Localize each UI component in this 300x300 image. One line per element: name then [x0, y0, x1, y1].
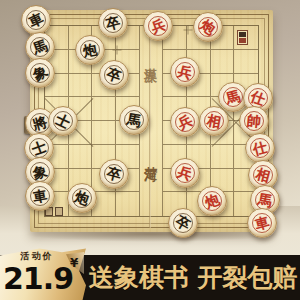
xiangqi-piece-black: 士	[48, 106, 78, 136]
piece-character: 仕	[251, 139, 268, 156]
piece-character: 士	[54, 112, 73, 131]
grid-cell	[92, 97, 116, 121]
piece-character: 兵	[176, 164, 194, 182]
xiangqi-piece-red: 帥	[239, 106, 269, 136]
grid-cell	[69, 74, 93, 98]
xiangqi-piece-black: 象	[25, 58, 55, 88]
piece-character: 馬	[257, 192, 273, 208]
promo-text: 送象棋书 开裂包赔	[88, 255, 298, 300]
xiangqi-piece-black: 車	[21, 5, 51, 35]
grid-cell	[92, 121, 116, 145]
grid-cell	[140, 74, 164, 98]
grid-cell	[211, 50, 235, 74]
xiangqi-piece-red: 炮	[193, 12, 223, 42]
piece-character: 兵	[176, 63, 193, 80]
xiangqi-piece-black: 卒	[168, 208, 198, 238]
xiangqi-piece-black: 卒	[99, 60, 129, 90]
maker-seal-top-right	[237, 30, 248, 45]
piece-character: 馬	[126, 112, 142, 128]
product-photo: 漢界 楚河 車卒馬炮象卒將士馬士象卒車炮卒兵炮兵馬仕兵相帥仕兵相炮馬車 送象棋书…	[0, 0, 300, 300]
piece-character: 卒	[105, 165, 122, 182]
piece-character: 仕	[249, 89, 267, 107]
piece-character: 卒	[105, 66, 123, 84]
board-fold-seam	[149, 14, 151, 228]
river-label-top: 漢界	[142, 56, 158, 62]
currency-symbol: ¥	[70, 256, 78, 270]
piece-character: 炮	[203, 192, 221, 210]
xiangqi-piece-red: 相	[199, 106, 229, 136]
grid-cell	[116, 192, 140, 216]
piece-character: 馬	[31, 38, 49, 56]
xiangqi-piece-red: 兵	[170, 158, 200, 188]
xiangqi-piece-black: 卒	[99, 159, 129, 189]
grid-cell	[211, 145, 235, 169]
grid-cell	[69, 145, 93, 169]
piece-character: 卒	[104, 14, 121, 31]
grid-cell	[234, 50, 258, 74]
piece-character: 車	[32, 188, 48, 204]
piece-character: 車	[27, 11, 46, 30]
piece-character: 炮	[82, 42, 98, 58]
xiangqi-piece-red: 兵	[170, 107, 200, 137]
piece-character: 馬	[224, 88, 241, 105]
piece-character: 卒	[173, 213, 192, 232]
piece-character: 車	[253, 214, 270, 231]
piece-character: 兵	[176, 113, 195, 132]
xiangqi-piece-red: 炮	[197, 186, 227, 216]
piece-character: 象	[31, 163, 48, 180]
piece-character: 士	[30, 139, 48, 157]
grid-cell	[140, 192, 164, 216]
xiangqi-piece-red: 兵	[170, 57, 200, 87]
piece-character: 相	[254, 166, 271, 183]
piece-character: 相	[206, 113, 222, 129]
point-marker	[184, 26, 193, 35]
piece-character: 兵	[149, 17, 167, 35]
grid-cell	[140, 169, 164, 193]
piece-character: 帥	[246, 113, 261, 128]
xiangqi-piece-black: 車	[25, 181, 55, 211]
xiangqi-piece-red: 兵	[143, 11, 173, 41]
xiangqi-piece-black: 馬	[119, 105, 149, 135]
point-marker	[112, 46, 121, 55]
xiangqi-piece-black: 炮	[67, 183, 97, 213]
xiangqi-piece-red: 仕	[245, 133, 275, 163]
piece-character: 象	[30, 63, 49, 82]
piece-character: 炮	[198, 17, 217, 36]
xiangqi-piece-red: 車	[247, 208, 277, 238]
piece-character: 炮	[73, 189, 91, 207]
piece-character: 將	[31, 114, 48, 131]
xiangqi-piece-black: 卒	[98, 8, 128, 38]
price-value: 21.9	[3, 264, 73, 294]
river-label-bottom: 楚河	[142, 156, 158, 162]
xiangqi-piece-black: 炮	[75, 35, 105, 65]
